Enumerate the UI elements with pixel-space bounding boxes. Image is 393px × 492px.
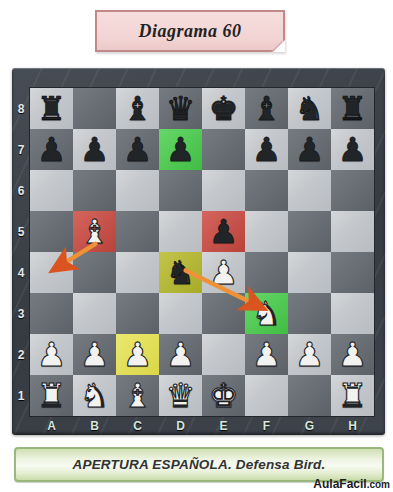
- file-label-h: H: [331, 417, 374, 434]
- square-g3: [288, 293, 331, 334]
- square-f1: [245, 375, 288, 416]
- diagram-title-plaque: Diagrama 60: [95, 10, 285, 52]
- square-c6: [116, 170, 159, 211]
- black-rook-h8: ♜: [338, 92, 368, 125]
- white-pawn-h2: ♟: [338, 338, 368, 371]
- rank-label-3: 3: [12, 293, 30, 334]
- white-pawn-f2: ♟: [252, 338, 282, 371]
- white-pawn-e4: ♟: [209, 256, 239, 289]
- black-king-e8: ♚: [209, 92, 239, 125]
- white-pawn-g2: ♟: [295, 338, 325, 371]
- square-d4: ♞: [159, 252, 202, 293]
- black-bishop-c8: ♝: [123, 92, 153, 125]
- square-d8: ♛: [159, 88, 202, 129]
- square-g4: [288, 252, 331, 293]
- black-pawn-b7: ♟: [80, 133, 110, 166]
- square-b4: [73, 252, 116, 293]
- square-d2: ♟: [159, 334, 202, 375]
- square-e6: [202, 170, 245, 211]
- square-a8: ♜: [30, 88, 73, 129]
- file-label-e: E: [202, 417, 245, 434]
- white-pawn-d2: ♟: [166, 338, 196, 371]
- white-bishop-c1: ♝: [123, 379, 153, 412]
- square-g2: ♟: [288, 334, 331, 375]
- square-h6: [331, 170, 374, 211]
- square-a1: ♜: [30, 375, 73, 416]
- square-b8: [73, 88, 116, 129]
- white-rook-a1: ♜: [37, 379, 67, 412]
- file-label-c: C: [116, 417, 159, 434]
- square-a7: ♟: [30, 129, 73, 170]
- square-f5: [245, 211, 288, 252]
- square-d5: [159, 211, 202, 252]
- square-h3: [331, 293, 374, 334]
- square-g8: ♞: [288, 88, 331, 129]
- white-knight-f3: ♞: [252, 297, 282, 330]
- square-b5: ♝: [73, 211, 116, 252]
- square-e3: [202, 293, 245, 334]
- square-h2: ♟: [331, 334, 374, 375]
- square-g7: ♟: [288, 129, 331, 170]
- square-c8: ♝: [116, 88, 159, 129]
- black-pawn-a7: ♟: [37, 133, 67, 166]
- file-label-g: G: [288, 417, 331, 434]
- file-label-a: A: [30, 417, 73, 434]
- square-c7: ♟: [116, 129, 159, 170]
- square-f6: [245, 170, 288, 211]
- black-pawn-c7: ♟: [123, 133, 153, 166]
- white-king-e1: ♚: [209, 379, 239, 412]
- square-d7: ♟: [159, 129, 202, 170]
- square-h7: ♟: [331, 129, 374, 170]
- watermark: AulaFacil.com: [313, 477, 390, 491]
- square-f7: ♟: [245, 129, 288, 170]
- watermark-domain: .com: [367, 479, 390, 490]
- square-c2: ♟: [116, 334, 159, 375]
- black-knight-d4: ♞: [166, 256, 196, 289]
- square-h1: ♜: [331, 375, 374, 416]
- watermark-name: AulaFacil: [313, 477, 366, 491]
- square-g6: [288, 170, 331, 211]
- chess-board: ♜♝♛♚♝♞♜♟♟♟♟♟♟♟♝♟♞♟♞♟♟♟♟♟♟♟♜♞♝♛♚♜ 8765432…: [12, 68, 385, 435]
- square-b3: [73, 293, 116, 334]
- white-bishop-b5: ♝: [80, 215, 110, 248]
- file-label-f: F: [245, 417, 288, 434]
- square-a5: [30, 211, 73, 252]
- square-a4: [30, 252, 73, 293]
- diagram-title: Diagrama 60: [138, 21, 241, 42]
- black-pawn-e5: ♟: [209, 215, 239, 248]
- black-rook-a8: ♜: [37, 92, 67, 125]
- square-c3: [116, 293, 159, 334]
- rank-label-8: 8: [12, 88, 30, 129]
- black-pawn-g7: ♟: [295, 133, 325, 166]
- rank-label-7: 7: [12, 129, 30, 170]
- rank-label-5: 5: [12, 211, 30, 252]
- square-f3: ♞: [245, 293, 288, 334]
- square-b7: ♟: [73, 129, 116, 170]
- square-h8: ♜: [331, 88, 374, 129]
- square-g5: [288, 211, 331, 252]
- board-squares: ♜♝♛♚♝♞♜♟♟♟♟♟♟♟♝♟♞♟♞♟♟♟♟♟♟♟♜♞♝♛♚♜: [30, 88, 374, 416]
- square-b6: [73, 170, 116, 211]
- white-queen-d1: ♛: [166, 379, 196, 412]
- rank-label-6: 6: [12, 170, 30, 211]
- black-knight-g8: ♞: [295, 92, 325, 125]
- square-d6: [159, 170, 202, 211]
- square-g1: [288, 375, 331, 416]
- opening-caption: APERTURA ESPAÑOLA. Defensa Bird.: [73, 457, 326, 472]
- square-e8: ♚: [202, 88, 245, 129]
- square-f8: ♝: [245, 88, 288, 129]
- square-e1: ♚: [202, 375, 245, 416]
- black-pawn-d7: ♟: [166, 133, 196, 166]
- square-a6: [30, 170, 73, 211]
- file-label-d: D: [159, 417, 202, 434]
- square-f2: ♟: [245, 334, 288, 375]
- square-d1: ♛: [159, 375, 202, 416]
- white-knight-b1: ♞: [80, 379, 110, 412]
- square-e7: [202, 129, 245, 170]
- white-pawn-a2: ♟: [37, 338, 67, 371]
- square-e4: ♟: [202, 252, 245, 293]
- black-pawn-h7: ♟: [338, 133, 368, 166]
- square-b2: ♟: [73, 334, 116, 375]
- square-c1: ♝: [116, 375, 159, 416]
- square-d3: [159, 293, 202, 334]
- square-h5: [331, 211, 374, 252]
- white-rook-h1: ♜: [338, 379, 368, 412]
- square-a3: [30, 293, 73, 334]
- black-pawn-f7: ♟: [252, 133, 282, 166]
- rank-label-2: 2: [12, 334, 30, 375]
- white-pawn-c2: ♟: [123, 338, 153, 371]
- rank-label-1: 1: [12, 375, 30, 416]
- square-e2: [202, 334, 245, 375]
- square-e5: ♟: [202, 211, 245, 252]
- square-b1: ♞: [73, 375, 116, 416]
- square-h4: [331, 252, 374, 293]
- white-pawn-b2: ♟: [80, 338, 110, 371]
- square-f4: [245, 252, 288, 293]
- file-label-b: B: [73, 417, 116, 434]
- square-c5: [116, 211, 159, 252]
- square-c4: [116, 252, 159, 293]
- rank-label-4: 4: [12, 252, 30, 293]
- square-a2: ♟: [30, 334, 73, 375]
- black-bishop-f8: ♝: [252, 92, 282, 125]
- black-queen-d8: ♛: [166, 92, 196, 125]
